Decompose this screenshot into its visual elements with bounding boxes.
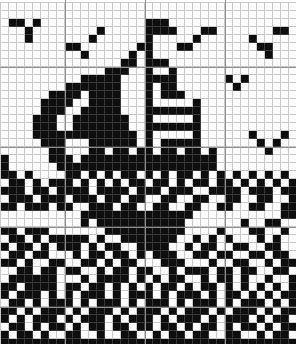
stitch-cell bbox=[113, 291, 121, 299]
empty-cell bbox=[113, 203, 121, 211]
empty-cell bbox=[33, 35, 41, 43]
empty-cell bbox=[225, 83, 233, 91]
stitch-cell bbox=[193, 131, 201, 139]
empty-cell bbox=[281, 51, 289, 59]
empty-cell bbox=[281, 91, 289, 99]
stitch-cell bbox=[145, 323, 153, 331]
empty-cell bbox=[49, 3, 57, 11]
stitch-cell bbox=[17, 267, 25, 275]
stitch-cell bbox=[105, 339, 113, 344]
stitch-cell bbox=[9, 323, 17, 331]
empty-cell bbox=[49, 75, 57, 83]
empty-cell bbox=[73, 11, 81, 19]
empty-cell bbox=[241, 51, 249, 59]
stitch-cell bbox=[289, 179, 296, 187]
empty-cell bbox=[177, 59, 185, 67]
stitch-cell bbox=[1, 259, 9, 267]
empty-cell bbox=[41, 91, 49, 99]
empty-cell bbox=[57, 331, 65, 339]
stitch-cell bbox=[241, 307, 249, 315]
empty-cell bbox=[17, 227, 25, 235]
empty-cell bbox=[289, 331, 296, 339]
empty-cell bbox=[81, 227, 89, 235]
empty-cell bbox=[209, 179, 217, 187]
stitch-cell bbox=[193, 99, 201, 107]
empty-cell bbox=[49, 163, 57, 171]
empty-cell bbox=[73, 155, 81, 163]
stitch-cell bbox=[129, 163, 137, 171]
stitch-cell bbox=[113, 99, 121, 107]
empty-cell bbox=[9, 267, 17, 275]
empty-cell bbox=[249, 43, 257, 51]
stitch-cell bbox=[57, 187, 65, 195]
stitch-cell bbox=[1, 203, 9, 211]
empty-cell bbox=[241, 11, 249, 19]
empty-cell bbox=[81, 323, 89, 331]
empty-cell bbox=[161, 43, 169, 51]
stitch-cell bbox=[137, 147, 145, 155]
stitch-cell bbox=[289, 339, 296, 344]
stitch-cell bbox=[17, 19, 25, 27]
empty-cell bbox=[193, 19, 201, 27]
stitch-cell bbox=[121, 139, 129, 147]
stitch-cell bbox=[145, 67, 153, 75]
stitch-cell bbox=[145, 227, 153, 235]
stitch-cell bbox=[161, 75, 169, 83]
stitch-cell bbox=[89, 171, 97, 179]
empty-cell bbox=[17, 91, 25, 99]
empty-cell bbox=[105, 43, 113, 51]
stitch-cell bbox=[193, 179, 201, 187]
empty-cell bbox=[249, 211, 257, 219]
empty-cell bbox=[57, 35, 65, 43]
empty-cell bbox=[57, 43, 65, 51]
stitch-cell bbox=[129, 291, 137, 299]
empty-cell bbox=[89, 275, 97, 283]
stitch-cell bbox=[105, 171, 113, 179]
stitch-cell bbox=[105, 155, 113, 163]
empty-cell bbox=[289, 43, 296, 51]
empty-cell bbox=[177, 83, 185, 91]
stitch-cell bbox=[73, 251, 81, 259]
empty-cell bbox=[209, 307, 217, 315]
empty-cell bbox=[273, 19, 281, 27]
empty-cell bbox=[41, 147, 49, 155]
empty-cell bbox=[209, 251, 217, 259]
empty-cell bbox=[89, 51, 97, 59]
stitch-cell bbox=[113, 323, 121, 331]
stitch-cell bbox=[81, 291, 89, 299]
empty-cell bbox=[209, 19, 217, 27]
empty-cell bbox=[49, 43, 57, 51]
empty-cell bbox=[1, 211, 9, 219]
stitch-cell bbox=[33, 115, 41, 123]
empty-cell bbox=[113, 51, 121, 59]
stitch-cell bbox=[73, 115, 81, 123]
empty-cell bbox=[241, 99, 249, 107]
stitch-cell bbox=[153, 187, 161, 195]
empty-cell bbox=[249, 11, 257, 19]
empty-cell bbox=[49, 203, 57, 211]
empty-cell bbox=[209, 11, 217, 19]
stitch-cell bbox=[145, 147, 153, 155]
empty-cell bbox=[201, 123, 209, 131]
stitch-cell bbox=[145, 59, 153, 67]
stitch-cell bbox=[81, 107, 89, 115]
stitch-cell bbox=[153, 331, 161, 339]
empty-cell bbox=[209, 331, 217, 339]
empty-cell bbox=[177, 131, 185, 139]
empty-cell bbox=[129, 307, 137, 315]
stitch-cell bbox=[113, 155, 121, 163]
empty-cell bbox=[137, 115, 145, 123]
stitch-cell bbox=[225, 251, 233, 259]
stitch-cell bbox=[265, 259, 273, 267]
empty-cell bbox=[105, 291, 113, 299]
empty-cell bbox=[65, 11, 73, 19]
stitch-cell bbox=[169, 195, 177, 203]
empty-cell bbox=[201, 235, 209, 243]
empty-cell bbox=[249, 283, 257, 291]
stitch-cell bbox=[169, 339, 177, 344]
stitch-cell bbox=[145, 163, 153, 171]
empty-cell bbox=[49, 35, 57, 43]
empty-cell bbox=[25, 91, 33, 99]
stitch-cell bbox=[137, 219, 145, 227]
stitch-cell bbox=[177, 155, 185, 163]
stitch-cell bbox=[73, 187, 81, 195]
stitch-cell bbox=[65, 91, 73, 99]
empty-cell bbox=[25, 235, 33, 243]
stitch-cell bbox=[33, 235, 41, 243]
empty-cell bbox=[281, 179, 289, 187]
empty-cell bbox=[217, 123, 225, 131]
stitch-cell bbox=[113, 107, 121, 115]
empty-cell bbox=[41, 35, 49, 43]
empty-cell bbox=[153, 323, 161, 331]
empty-cell bbox=[169, 3, 177, 11]
empty-cell bbox=[281, 155, 289, 163]
empty-cell bbox=[201, 115, 209, 123]
empty-cell bbox=[1, 59, 9, 67]
stitch-cell bbox=[25, 195, 33, 203]
empty-cell bbox=[33, 195, 41, 203]
empty-cell bbox=[265, 27, 273, 35]
stitch-cell bbox=[49, 131, 57, 139]
empty-cell bbox=[41, 75, 49, 83]
stitch-cell bbox=[241, 283, 249, 291]
stitch-cell bbox=[225, 315, 233, 323]
empty-cell bbox=[57, 267, 65, 275]
empty-cell bbox=[1, 323, 9, 331]
stitch-cell bbox=[1, 315, 9, 323]
empty-cell bbox=[153, 267, 161, 275]
empty-cell bbox=[233, 219, 241, 227]
stitch-cell bbox=[129, 331, 137, 339]
empty-cell bbox=[9, 83, 17, 91]
stitch-cell bbox=[185, 307, 193, 315]
empty-cell bbox=[209, 227, 217, 235]
stitch-cell bbox=[145, 315, 153, 323]
empty-cell bbox=[193, 27, 201, 35]
stitch-cell bbox=[97, 179, 105, 187]
empty-cell bbox=[137, 67, 145, 75]
empty-cell bbox=[233, 67, 241, 75]
empty-cell bbox=[17, 139, 25, 147]
empty-cell bbox=[1, 11, 9, 19]
stitch-cell bbox=[113, 163, 121, 171]
empty-cell bbox=[1, 43, 9, 51]
empty-cell bbox=[249, 115, 257, 123]
empty-cell bbox=[105, 3, 113, 11]
stitch-cell bbox=[121, 307, 129, 315]
empty-cell bbox=[273, 115, 281, 123]
empty-cell bbox=[81, 283, 89, 291]
stitch-cell bbox=[57, 243, 65, 251]
stitch-cell bbox=[49, 99, 57, 107]
empty-cell bbox=[161, 267, 169, 275]
empty-cell bbox=[41, 259, 49, 267]
stitch-cell bbox=[73, 283, 81, 291]
empty-cell bbox=[169, 179, 177, 187]
empty-cell bbox=[25, 19, 33, 27]
empty-cell bbox=[201, 51, 209, 59]
stitch-cell bbox=[241, 323, 249, 331]
empty-cell bbox=[73, 147, 81, 155]
stitch-cell bbox=[113, 179, 121, 187]
stitch-cell bbox=[97, 99, 105, 107]
empty-cell bbox=[289, 99, 296, 107]
stitch-cell bbox=[249, 35, 257, 43]
stitch-cell bbox=[257, 139, 265, 147]
stitch-cell bbox=[9, 251, 17, 259]
empty-cell bbox=[137, 27, 145, 35]
empty-cell bbox=[201, 11, 209, 19]
stitch-cell bbox=[49, 155, 57, 163]
empty-cell bbox=[169, 131, 177, 139]
empty-cell bbox=[217, 51, 225, 59]
stitch-cell bbox=[161, 83, 169, 91]
empty-cell bbox=[137, 19, 145, 27]
empty-cell bbox=[1, 75, 9, 83]
stitch-cell bbox=[185, 211, 193, 219]
stitch-cell bbox=[65, 283, 73, 291]
stitch-cell bbox=[241, 267, 249, 275]
empty-cell bbox=[169, 299, 177, 307]
stitch-cell bbox=[73, 307, 81, 315]
empty-cell bbox=[33, 99, 41, 107]
empty-cell bbox=[273, 195, 281, 203]
empty-cell bbox=[193, 59, 201, 67]
empty-cell bbox=[113, 171, 121, 179]
empty-cell bbox=[185, 3, 193, 11]
empty-cell bbox=[225, 59, 233, 67]
stitch-cell bbox=[201, 243, 209, 251]
stitch-cell bbox=[233, 307, 241, 315]
empty-cell bbox=[105, 51, 113, 59]
pattern-chart bbox=[0, 0, 296, 344]
stitch-cell bbox=[17, 195, 25, 203]
stitch-cell bbox=[129, 203, 137, 211]
empty-cell bbox=[217, 315, 225, 323]
stitch-cell bbox=[113, 251, 121, 259]
stitch-cell bbox=[161, 123, 169, 131]
empty-cell bbox=[209, 67, 217, 75]
stitch-cell bbox=[49, 291, 57, 299]
empty-cell bbox=[193, 243, 201, 251]
empty-cell bbox=[265, 131, 273, 139]
stitch-cell bbox=[233, 83, 241, 91]
empty-cell bbox=[129, 3, 137, 11]
stitch-cell bbox=[145, 115, 153, 123]
empty-cell bbox=[169, 11, 177, 19]
stitch-cell bbox=[161, 147, 169, 155]
empty-cell bbox=[273, 203, 281, 211]
stitch-cell bbox=[249, 339, 257, 344]
stitch-cell bbox=[169, 235, 177, 243]
empty-cell bbox=[273, 11, 281, 19]
stitch-cell bbox=[97, 211, 105, 219]
stitch-cell bbox=[145, 235, 153, 243]
empty-cell bbox=[209, 59, 217, 67]
empty-cell bbox=[113, 27, 121, 35]
empty-cell bbox=[9, 75, 17, 83]
stitch-cell bbox=[161, 107, 169, 115]
empty-cell bbox=[225, 107, 233, 115]
stitch-cell bbox=[89, 107, 97, 115]
stitch-cell bbox=[137, 267, 145, 275]
empty-cell bbox=[49, 11, 57, 19]
stitch-cell bbox=[161, 323, 169, 331]
empty-cell bbox=[137, 99, 145, 107]
stitch-cell bbox=[257, 43, 265, 51]
stitch-cell bbox=[273, 339, 281, 344]
empty-cell bbox=[209, 171, 217, 179]
empty-cell bbox=[225, 171, 233, 179]
empty-cell bbox=[97, 59, 105, 67]
empty-cell bbox=[121, 99, 129, 107]
empty-cell bbox=[1, 91, 9, 99]
empty-cell bbox=[33, 155, 41, 163]
stitch-cell bbox=[241, 75, 249, 83]
stitch-cell bbox=[249, 227, 257, 235]
stitch-cell bbox=[273, 219, 281, 227]
stitch-cell bbox=[201, 163, 209, 171]
stitch-cell bbox=[153, 339, 161, 344]
empty-cell bbox=[177, 195, 185, 203]
empty-cell bbox=[1, 195, 9, 203]
stitch-cell bbox=[281, 187, 289, 195]
stitch-cell bbox=[97, 235, 105, 243]
stitch-cell bbox=[249, 171, 257, 179]
stitch-cell bbox=[153, 19, 161, 27]
empty-cell bbox=[249, 99, 257, 107]
empty-cell bbox=[57, 11, 65, 19]
empty-cell bbox=[225, 11, 233, 19]
empty-cell bbox=[265, 19, 273, 27]
empty-cell bbox=[289, 131, 296, 139]
empty-cell bbox=[41, 43, 49, 51]
stitch-cell bbox=[225, 275, 233, 283]
empty-cell bbox=[73, 75, 81, 83]
stitch-cell bbox=[137, 211, 145, 219]
stitch-cell bbox=[129, 179, 137, 187]
empty-cell bbox=[233, 3, 241, 11]
stitch-cell bbox=[105, 307, 113, 315]
stitch-cell bbox=[9, 307, 17, 315]
empty-cell bbox=[17, 75, 25, 83]
empty-cell bbox=[41, 51, 49, 59]
stitch-cell bbox=[113, 91, 121, 99]
empty-cell bbox=[153, 139, 161, 147]
empty-cell bbox=[137, 51, 145, 59]
empty-cell bbox=[273, 51, 281, 59]
empty-cell bbox=[25, 115, 33, 123]
stitch-cell bbox=[1, 291, 9, 299]
stitch-cell bbox=[217, 267, 225, 275]
empty-cell bbox=[281, 107, 289, 115]
stitch-cell bbox=[233, 171, 241, 179]
stitch-cell bbox=[137, 323, 145, 331]
stitch-cell bbox=[161, 19, 169, 27]
empty-cell bbox=[1, 27, 9, 35]
empty-cell bbox=[105, 267, 113, 275]
empty-cell bbox=[241, 331, 249, 339]
empty-cell bbox=[81, 267, 89, 275]
stitch-cell bbox=[185, 155, 193, 163]
stitch-cell bbox=[121, 203, 129, 211]
stitch-cell bbox=[9, 187, 17, 195]
empty-cell bbox=[265, 75, 273, 83]
empty-cell bbox=[129, 147, 137, 155]
stitch-cell bbox=[41, 123, 49, 131]
stitch-cell bbox=[81, 195, 89, 203]
empty-cell bbox=[273, 155, 281, 163]
stitch-cell bbox=[153, 307, 161, 315]
empty-cell bbox=[225, 243, 233, 251]
stitch-cell bbox=[17, 315, 25, 323]
empty-cell bbox=[161, 187, 169, 195]
stitch-cell bbox=[137, 187, 145, 195]
stitch-cell bbox=[209, 291, 217, 299]
stitch-cell bbox=[97, 155, 105, 163]
empty-cell bbox=[233, 11, 241, 19]
empty-cell bbox=[161, 99, 169, 107]
empty-cell bbox=[17, 131, 25, 139]
stitch-cell bbox=[17, 331, 25, 339]
empty-cell bbox=[233, 251, 241, 259]
empty-cell bbox=[89, 267, 97, 275]
stitch-cell bbox=[49, 299, 57, 307]
empty-cell bbox=[241, 291, 249, 299]
stitch-cell bbox=[73, 195, 81, 203]
empty-cell bbox=[113, 59, 121, 67]
stitch-cell bbox=[113, 115, 121, 123]
empty-cell bbox=[225, 259, 233, 267]
stitch-cell bbox=[145, 51, 153, 59]
stitch-cell bbox=[193, 235, 201, 243]
stitch-cell bbox=[113, 123, 121, 131]
empty-cell bbox=[273, 123, 281, 131]
stitch-cell bbox=[233, 259, 241, 267]
empty-cell bbox=[281, 3, 289, 11]
empty-cell bbox=[73, 299, 81, 307]
stitch-cell bbox=[137, 235, 145, 243]
empty-cell bbox=[41, 27, 49, 35]
empty-cell bbox=[121, 83, 129, 91]
empty-cell bbox=[41, 67, 49, 75]
empty-cell bbox=[289, 51, 296, 59]
